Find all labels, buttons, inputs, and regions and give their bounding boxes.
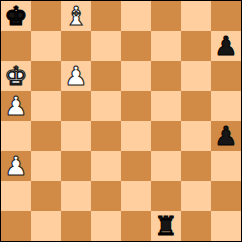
square-f8[interactable] — [151, 1, 181, 31]
black-rook[interactable]: ♜ — [154, 211, 177, 241]
square-d6[interactable] — [91, 61, 121, 91]
square-a8[interactable]: ♚ — [1, 1, 31, 31]
square-b7[interactable] — [31, 31, 61, 61]
square-h7[interactable]: ♟ — [211, 31, 241, 61]
square-g1[interactable] — [181, 211, 211, 241]
square-c6[interactable]: ♟ — [61, 61, 91, 91]
square-f5[interactable] — [151, 91, 181, 121]
square-f7[interactable] — [151, 31, 181, 61]
square-c3[interactable] — [61, 151, 91, 181]
square-d3[interactable] — [91, 151, 121, 181]
square-f2[interactable] — [151, 181, 181, 211]
square-d1[interactable] — [91, 211, 121, 241]
square-c8[interactable]: ♝ — [61, 1, 91, 31]
square-h8[interactable] — [211, 1, 241, 31]
square-d8[interactable] — [91, 1, 121, 31]
square-f1[interactable]: ♜ — [151, 211, 181, 241]
square-a3[interactable]: ♟ — [1, 151, 31, 181]
square-a5[interactable]: ♟ — [1, 91, 31, 121]
square-f6[interactable] — [151, 61, 181, 91]
square-c5[interactable] — [61, 91, 91, 121]
square-c7[interactable] — [61, 31, 91, 61]
white-pawn[interactable]: ♟ — [4, 91, 27, 121]
square-e7[interactable] — [121, 31, 151, 61]
square-g8[interactable] — [181, 1, 211, 31]
square-h3[interactable] — [211, 151, 241, 181]
square-h5[interactable] — [211, 91, 241, 121]
square-e2[interactable] — [121, 181, 151, 211]
square-h2[interactable] — [211, 181, 241, 211]
white-pawn[interactable]: ♟ — [4, 151, 27, 181]
square-e3[interactable] — [121, 151, 151, 181]
square-b5[interactable] — [31, 91, 61, 121]
square-h1[interactable] — [211, 211, 241, 241]
square-h6[interactable] — [211, 61, 241, 91]
square-f3[interactable] — [151, 151, 181, 181]
white-bishop[interactable]: ♝ — [64, 1, 87, 31]
square-g4[interactable] — [181, 121, 211, 151]
square-b1[interactable] — [31, 211, 61, 241]
square-e5[interactable] — [121, 91, 151, 121]
square-g7[interactable] — [181, 31, 211, 61]
square-g5[interactable] — [181, 91, 211, 121]
square-a6[interactable]: ♚ — [1, 61, 31, 91]
square-d4[interactable] — [91, 121, 121, 151]
square-b8[interactable] — [31, 1, 61, 31]
white-pawn[interactable]: ♟ — [64, 61, 87, 91]
chess-board: ♚♝♟♚♟♟♟♟♜ — [1, 1, 241, 241]
black-pawn[interactable]: ♟ — [214, 31, 237, 61]
square-c4[interactable] — [61, 121, 91, 151]
square-a4[interactable] — [1, 121, 31, 151]
black-king[interactable]: ♚ — [4, 1, 27, 31]
square-b6[interactable] — [31, 61, 61, 91]
chess-board-frame: ♚♝♟♚♟♟♟♟♜ — [0, 0, 242, 242]
square-a1[interactable] — [1, 211, 31, 241]
square-a7[interactable] — [1, 31, 31, 61]
square-e4[interactable] — [121, 121, 151, 151]
square-e6[interactable] — [121, 61, 151, 91]
square-d5[interactable] — [91, 91, 121, 121]
square-f4[interactable] — [151, 121, 181, 151]
square-h4[interactable]: ♟ — [211, 121, 241, 151]
square-e1[interactable] — [121, 211, 151, 241]
square-g3[interactable] — [181, 151, 211, 181]
square-g2[interactable] — [181, 181, 211, 211]
square-a2[interactable] — [1, 181, 31, 211]
black-pawn[interactable]: ♟ — [214, 121, 237, 151]
square-d2[interactable] — [91, 181, 121, 211]
square-b2[interactable] — [31, 181, 61, 211]
square-c1[interactable] — [61, 211, 91, 241]
square-c2[interactable] — [61, 181, 91, 211]
square-d7[interactable] — [91, 31, 121, 61]
square-b3[interactable] — [31, 151, 61, 181]
square-g6[interactable] — [181, 61, 211, 91]
white-king[interactable]: ♚ — [4, 61, 27, 91]
square-e8[interactable] — [121, 1, 151, 31]
square-b4[interactable] — [31, 121, 61, 151]
